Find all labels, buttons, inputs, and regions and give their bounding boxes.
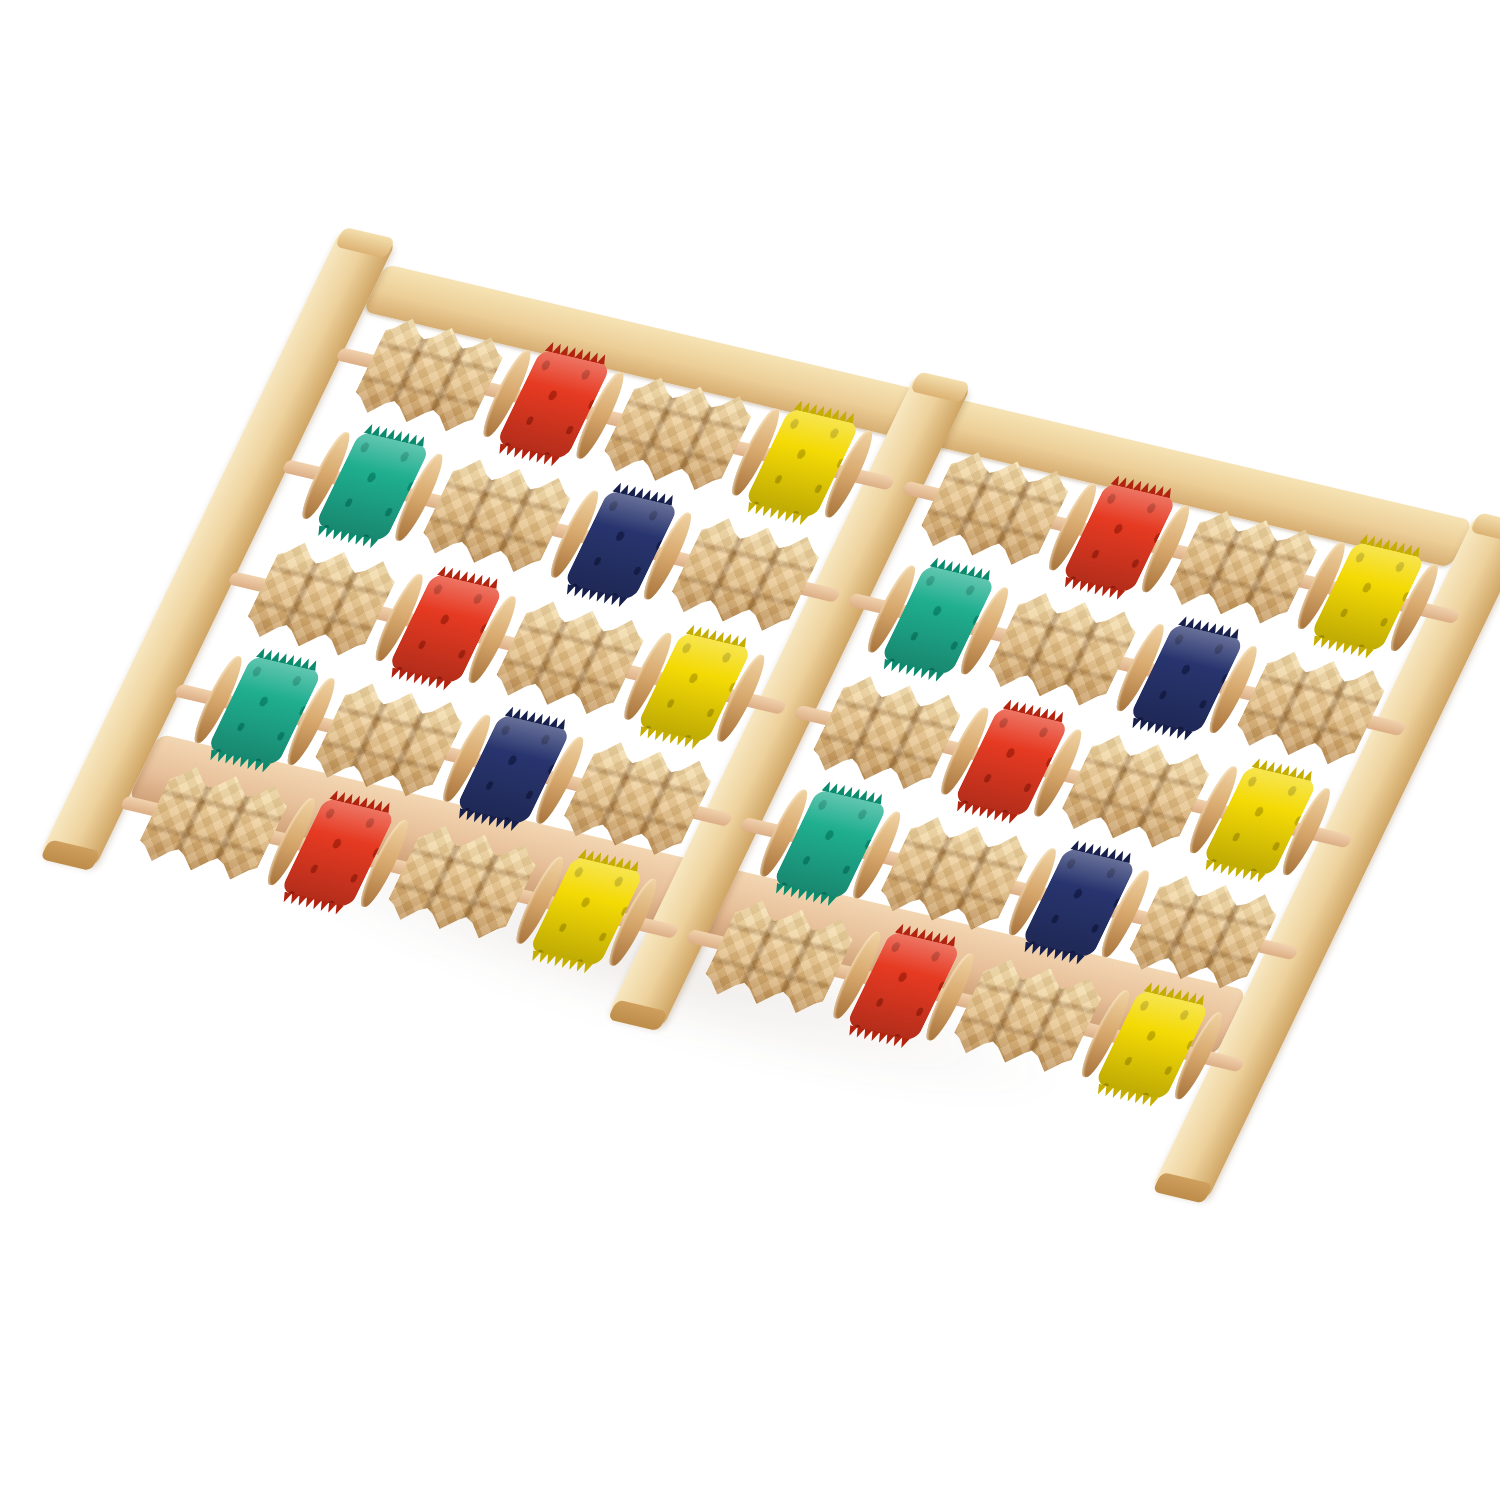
product-photo <box>0 0 1500 1500</box>
